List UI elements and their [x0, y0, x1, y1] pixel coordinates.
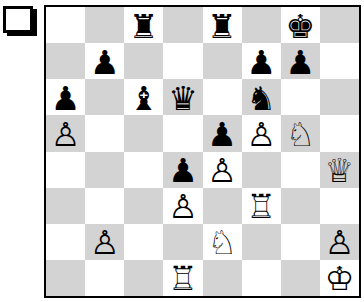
piece-black-pawn: ♟ [207, 118, 237, 151]
square-f5[interactable]: ♙ [242, 115, 281, 151]
piece-white-queen: ♕ [325, 154, 355, 187]
piece-white-king: ♔ [325, 262, 355, 295]
square-c3[interactable] [124, 188, 163, 224]
square-h3[interactable] [320, 188, 359, 224]
square-c6[interactable]: ♝ [124, 79, 163, 115]
square-g3[interactable] [281, 188, 320, 224]
square-g5[interactable]: ♘ [281, 115, 320, 151]
piece-black-pawn: ♟ [90, 46, 120, 79]
piece-white-pawn: ♙ [207, 154, 237, 187]
square-f2[interactable] [242, 224, 281, 260]
piece-black-knight: ♞ [246, 82, 276, 115]
square-f8[interactable] [242, 7, 281, 43]
square-f6[interactable]: ♞ [242, 79, 281, 115]
square-f7[interactable]: ♟ [242, 43, 281, 79]
square-c5[interactable] [124, 115, 163, 151]
square-a6[interactable]: ♟ [46, 79, 85, 115]
square-h2[interactable]: ♙ [320, 224, 359, 260]
piece-white-pawn: ♙ [51, 118, 81, 151]
square-h6[interactable] [320, 79, 359, 115]
square-e7[interactable] [203, 43, 242, 79]
piece-black-rook: ♜ [129, 10, 159, 43]
square-h7[interactable] [320, 43, 359, 79]
square-h5[interactable] [320, 115, 359, 151]
square-d7[interactable] [163, 43, 202, 79]
square-e5[interactable]: ♟ [203, 115, 242, 151]
square-e6[interactable] [203, 79, 242, 115]
piece-white-knight: ♘ [286, 118, 316, 151]
piece-white-pawn: ♙ [90, 226, 120, 259]
square-b1[interactable] [85, 260, 124, 296]
square-e2[interactable]: ♘ [203, 224, 242, 260]
square-d3[interactable]: ♙ [163, 188, 202, 224]
square-g6[interactable] [281, 79, 320, 115]
piece-white-pawn: ♙ [168, 190, 198, 223]
square-c4[interactable] [124, 152, 163, 188]
square-f1[interactable] [242, 260, 281, 296]
piece-black-king: ♚ [286, 10, 316, 43]
square-c2[interactable] [124, 224, 163, 260]
piece-white-rook: ♖ [168, 262, 198, 295]
square-g7[interactable]: ♟ [281, 43, 320, 79]
square-c7[interactable] [124, 43, 163, 79]
piece-black-pawn: ♟ [168, 154, 198, 187]
square-d2[interactable] [163, 224, 202, 260]
square-f3[interactable]: ♖ [242, 188, 281, 224]
square-a3[interactable] [46, 188, 85, 224]
square-e8[interactable]: ♜ [203, 7, 242, 43]
piece-white-pawn: ♙ [325, 226, 355, 259]
piece-white-knight: ♘ [207, 226, 237, 259]
square-b2[interactable]: ♙ [85, 224, 124, 260]
white-to-move-indicator [3, 6, 33, 33]
square-b6[interactable] [85, 79, 124, 115]
piece-black-rook: ♜ [207, 10, 237, 43]
piece-white-rook: ♖ [246, 190, 276, 223]
square-d8[interactable] [163, 7, 202, 43]
square-c8[interactable]: ♜ [124, 7, 163, 43]
square-a4[interactable] [46, 152, 85, 188]
piece-white-pawn: ♙ [246, 118, 276, 151]
square-h4[interactable]: ♕ [320, 152, 359, 188]
square-d6[interactable]: ♛ [163, 79, 202, 115]
square-a2[interactable] [46, 224, 85, 260]
square-a1[interactable] [46, 260, 85, 296]
square-g2[interactable] [281, 224, 320, 260]
square-e4[interactable]: ♙ [203, 152, 242, 188]
piece-black-queen: ♛ [168, 82, 198, 115]
square-g8[interactable]: ♚ [281, 7, 320, 43]
chess-board: ♜♜♚♟♟♟♟♝♛♞♙♟♙♘♟♙♕♙♖♙♘♙♖♔ [44, 5, 361, 298]
square-b4[interactable] [85, 152, 124, 188]
square-d5[interactable] [163, 115, 202, 151]
piece-black-bishop: ♝ [129, 82, 159, 115]
square-d1[interactable]: ♖ [163, 260, 202, 296]
square-e1[interactable] [203, 260, 242, 296]
square-a5[interactable]: ♙ [46, 115, 85, 151]
piece-black-pawn: ♟ [286, 46, 316, 79]
square-b3[interactable] [85, 188, 124, 224]
square-g4[interactable] [281, 152, 320, 188]
square-f4[interactable] [242, 152, 281, 188]
square-h8[interactable] [320, 7, 359, 43]
square-d4[interactable]: ♟ [163, 152, 202, 188]
square-g1[interactable] [281, 260, 320, 296]
square-h1[interactable]: ♔ [320, 260, 359, 296]
square-b8[interactable] [85, 7, 124, 43]
square-a7[interactable] [46, 43, 85, 79]
square-c1[interactable] [124, 260, 163, 296]
square-b5[interactable] [85, 115, 124, 151]
piece-black-pawn: ♟ [246, 46, 276, 79]
square-a8[interactable] [46, 7, 85, 43]
piece-black-pawn: ♟ [51, 82, 81, 115]
square-e3[interactable] [203, 188, 242, 224]
square-b7[interactable]: ♟ [85, 43, 124, 79]
